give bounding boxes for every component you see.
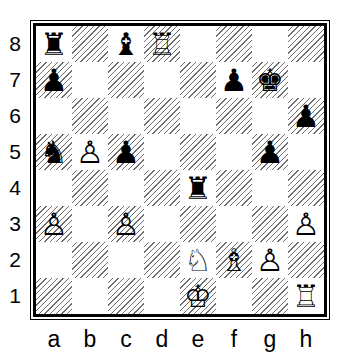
square-g5[interactable]: ♟ bbox=[252, 134, 288, 170]
black-piece[interactable]: ♟ bbox=[292, 98, 320, 134]
rank-label-5: 5 bbox=[0, 134, 30, 170]
white-piece[interactable]: ♙ bbox=[256, 242, 284, 278]
square-d8[interactable]: ♖ bbox=[144, 26, 180, 62]
square-e6[interactable] bbox=[180, 98, 216, 134]
file-label-a: a bbox=[36, 324, 72, 354]
square-h1[interactable]: ♖ bbox=[288, 278, 324, 314]
square-e2[interactable]: ♘ bbox=[180, 242, 216, 278]
black-piece[interactable]: ♟ bbox=[220, 62, 248, 98]
square-g3[interactable] bbox=[252, 206, 288, 242]
square-a5[interactable]: ♞ bbox=[36, 134, 72, 170]
white-piece[interactable]: ♘ bbox=[184, 242, 212, 278]
square-e5[interactable] bbox=[180, 134, 216, 170]
square-f6[interactable] bbox=[216, 98, 252, 134]
black-piece[interactable]: ♟ bbox=[112, 134, 140, 170]
square-a7[interactable]: ♟ bbox=[36, 62, 72, 98]
square-h4[interactable] bbox=[288, 170, 324, 206]
black-piece[interactable]: ♟ bbox=[40, 62, 68, 98]
square-c3[interactable]: ♙ bbox=[108, 206, 144, 242]
square-f2[interactable]: ♗ bbox=[216, 242, 252, 278]
square-b6[interactable] bbox=[72, 98, 108, 134]
square-c8[interactable]: ♝ bbox=[108, 26, 144, 62]
white-piece[interactable]: ♗ bbox=[220, 242, 248, 278]
square-d3[interactable] bbox=[144, 206, 180, 242]
square-h5[interactable] bbox=[288, 134, 324, 170]
white-piece[interactable]: ♙ bbox=[40, 206, 68, 242]
square-d4[interactable] bbox=[144, 170, 180, 206]
chess-diagram: 87654321 ♜♝♖♟♟♚♟♞♙♟♟♜♙♙♙♘♗♙♔♖ abcdefgh bbox=[0, 0, 360, 360]
white-piece[interactable]: ♙ bbox=[112, 206, 140, 242]
square-g2[interactable]: ♙ bbox=[252, 242, 288, 278]
chess-board: ♜♝♖♟♟♚♟♞♙♟♟♜♙♙♙♘♗♙♔♖ bbox=[36, 26, 324, 314]
black-piece[interactable]: ♟ bbox=[256, 134, 284, 170]
square-f3[interactable] bbox=[216, 206, 252, 242]
square-f5[interactable] bbox=[216, 134, 252, 170]
square-c1[interactable] bbox=[108, 278, 144, 314]
rank-label-1: 1 bbox=[0, 278, 30, 314]
black-piece[interactable]: ♞ bbox=[40, 134, 68, 170]
rank-label-3: 3 bbox=[0, 206, 30, 242]
square-g6[interactable] bbox=[252, 98, 288, 134]
rank-label-8: 8 bbox=[0, 26, 30, 62]
square-b4[interactable] bbox=[72, 170, 108, 206]
file-label-b: b bbox=[72, 324, 108, 354]
square-b7[interactable] bbox=[72, 62, 108, 98]
square-c6[interactable] bbox=[108, 98, 144, 134]
square-a2[interactable] bbox=[36, 242, 72, 278]
square-a8[interactable]: ♜ bbox=[36, 26, 72, 62]
square-d1[interactable] bbox=[144, 278, 180, 314]
white-piece[interactable]: ♙ bbox=[292, 206, 320, 242]
square-e1[interactable]: ♔ bbox=[180, 278, 216, 314]
square-g8[interactable] bbox=[252, 26, 288, 62]
file-label-c: c bbox=[108, 324, 144, 354]
square-b5[interactable]: ♙ bbox=[72, 134, 108, 170]
white-piece[interactable]: ♙ bbox=[76, 134, 104, 170]
square-b8[interactable] bbox=[72, 26, 108, 62]
square-e7[interactable] bbox=[180, 62, 216, 98]
square-g4[interactable] bbox=[252, 170, 288, 206]
square-a3[interactable]: ♙ bbox=[36, 206, 72, 242]
square-c5[interactable]: ♟ bbox=[108, 134, 144, 170]
black-piece[interactable]: ♚ bbox=[256, 62, 284, 98]
rank-label-4: 4 bbox=[0, 170, 30, 206]
square-d7[interactable] bbox=[144, 62, 180, 98]
square-h2[interactable] bbox=[288, 242, 324, 278]
square-d2[interactable] bbox=[144, 242, 180, 278]
black-piece[interactable]: ♜ bbox=[40, 26, 68, 62]
file-label-e: e bbox=[180, 324, 216, 354]
square-b1[interactable] bbox=[72, 278, 108, 314]
square-c4[interactable] bbox=[108, 170, 144, 206]
square-a6[interactable] bbox=[36, 98, 72, 134]
square-h3[interactable]: ♙ bbox=[288, 206, 324, 242]
white-piece[interactable]: ♖ bbox=[292, 278, 320, 314]
file-label-h: h bbox=[288, 324, 324, 354]
square-f1[interactable] bbox=[216, 278, 252, 314]
square-f8[interactable] bbox=[216, 26, 252, 62]
square-h6[interactable]: ♟ bbox=[288, 98, 324, 134]
square-a1[interactable] bbox=[36, 278, 72, 314]
file-label-g: g bbox=[252, 324, 288, 354]
rank-label-7: 7 bbox=[0, 62, 30, 98]
rank-label-2: 2 bbox=[0, 242, 30, 278]
square-h7[interactable] bbox=[288, 62, 324, 98]
board-area: 87654321 ♜♝♖♟♟♚♟♞♙♟♟♜♙♙♙♘♗♙♔♖ bbox=[0, 20, 330, 320]
square-g1[interactable] bbox=[252, 278, 288, 314]
white-piece[interactable]: ♔ bbox=[184, 278, 212, 314]
square-e4[interactable]: ♜ bbox=[180, 170, 216, 206]
board-inner-frame: ♜♝♖♟♟♚♟♞♙♟♟♜♙♙♙♘♗♙♔♖ bbox=[33, 23, 327, 317]
square-a4[interactable] bbox=[36, 170, 72, 206]
black-piece[interactable]: ♝ bbox=[112, 26, 140, 62]
square-f4[interactable] bbox=[216, 170, 252, 206]
square-b3[interactable] bbox=[72, 206, 108, 242]
square-c2[interactable] bbox=[108, 242, 144, 278]
file-label-d: d bbox=[144, 324, 180, 354]
board-frame: ♜♝♖♟♟♚♟♞♙♟♟♜♙♙♙♘♗♙♔♖ bbox=[30, 20, 330, 320]
square-h8[interactable] bbox=[288, 26, 324, 62]
file-label-f: f bbox=[216, 324, 252, 354]
square-e8[interactable] bbox=[180, 26, 216, 62]
black-piece[interactable]: ♜ bbox=[184, 170, 212, 206]
rank-labels: 87654321 bbox=[0, 20, 30, 314]
file-labels: abcdefgh bbox=[36, 324, 324, 354]
square-f7[interactable]: ♟ bbox=[216, 62, 252, 98]
square-c7[interactable] bbox=[108, 62, 144, 98]
square-g7[interactable]: ♚ bbox=[252, 62, 288, 98]
square-d6[interactable] bbox=[144, 98, 180, 134]
white-piece[interactable]: ♖ bbox=[148, 26, 176, 62]
square-e3[interactable] bbox=[180, 206, 216, 242]
square-b2[interactable] bbox=[72, 242, 108, 278]
rank-label-6: 6 bbox=[0, 98, 30, 134]
square-d5[interactable] bbox=[144, 134, 180, 170]
